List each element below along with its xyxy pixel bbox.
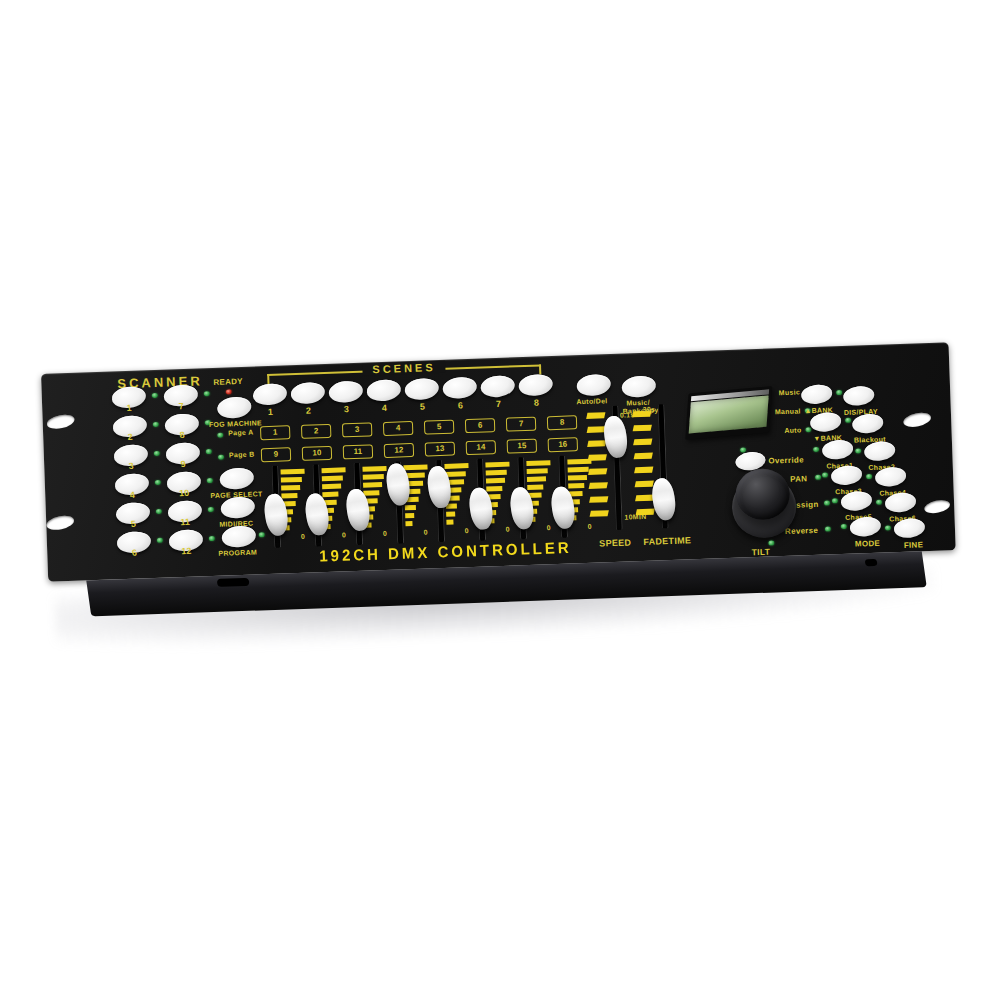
fader-zero: 0 <box>465 527 469 534</box>
channel-box: 5 <box>424 420 454 435</box>
scanner-led <box>154 451 160 456</box>
fine-label: FINE <box>893 540 933 550</box>
scanner-number: 3 <box>114 460 148 471</box>
scanner-led <box>206 449 212 454</box>
blackout-row-led <box>845 418 851 423</box>
fog-machine-button[interactable] <box>216 395 252 420</box>
chassis-slot <box>865 559 878 566</box>
scene-number: 4 <box>367 402 401 413</box>
chase2-led <box>855 448 861 453</box>
channel-box: 6 <box>465 418 495 433</box>
chase4-led <box>866 474 872 479</box>
mount-hole <box>45 514 75 533</box>
scene-number: 3 <box>329 404 363 415</box>
program-led <box>259 532 265 537</box>
mount-hole <box>902 411 932 430</box>
scene-button-2[interactable] <box>290 381 326 406</box>
channel-box: 16 <box>548 437 578 452</box>
scanner-number: 6 <box>117 547 151 558</box>
scene-number: 5 <box>405 401 439 412</box>
reverse-led <box>825 526 831 531</box>
fader-zero: 0 <box>547 524 551 531</box>
dmx-controller: SCANNER 1 2 3 4 5 6 7 8 9 10 11 12 <box>41 342 957 618</box>
channel-box: 13 <box>425 442 455 457</box>
scene-button-6[interactable] <box>442 375 478 400</box>
scanner-led <box>204 391 210 396</box>
channel-box: 12 <box>384 443 414 458</box>
auto-del-button[interactable] <box>576 373 612 398</box>
scene-button-7[interactable] <box>480 374 516 399</box>
midi-rec-button[interactable] <box>220 495 256 520</box>
mount-hole <box>46 412 76 431</box>
lcd-screen <box>689 395 769 433</box>
page-select-button[interactable] <box>219 466 255 491</box>
fader-zero: 0 <box>301 533 305 540</box>
chase6-led <box>876 500 882 505</box>
channel-box: 4 <box>383 421 413 436</box>
lcd-display <box>685 386 772 440</box>
scanner-number: 1 <box>112 402 146 413</box>
music-bankcopy-button[interactable] <box>621 374 657 399</box>
tilt-label: TILT <box>752 547 771 558</box>
mount-hole <box>923 498 951 515</box>
fadetime-scale <box>633 411 655 524</box>
music-mode-label: Music <box>770 388 800 396</box>
channel-box: 1 <box>260 425 290 440</box>
fadetime-label: FADETIME <box>635 535 699 547</box>
channel-box: 9 <box>261 447 291 462</box>
override-label: Override <box>768 455 804 465</box>
auto-mode-led <box>805 427 811 432</box>
scene-button-4[interactable] <box>366 378 402 403</box>
scanner-led <box>155 480 161 485</box>
bank-down-button[interactable] <box>809 411 842 434</box>
channel-box: 3 <box>342 422 372 437</box>
fog-machine-label: FOG MACHINE <box>209 419 262 428</box>
ready-label: READY <box>213 377 243 387</box>
override-led <box>740 447 746 452</box>
scene-button-1[interactable] <box>252 382 288 407</box>
blackout-button[interactable] <box>851 412 884 435</box>
scanner-number: 12 <box>169 545 203 556</box>
auto-del-label: Auto/Del <box>576 397 607 405</box>
mode-led <box>841 524 847 529</box>
scene-button-8[interactable] <box>518 373 554 398</box>
scanner-led <box>152 393 158 398</box>
scenes-section-title: SCENES <box>362 361 446 376</box>
chase5-led <box>832 498 838 503</box>
pan-label: PAN <box>790 474 808 484</box>
scene-number: 8 <box>519 397 553 408</box>
scene-number: 1 <box>253 406 287 417</box>
scene-number: 6 <box>443 400 477 411</box>
chase1-led <box>813 447 819 452</box>
scanner-number: 11 <box>168 516 202 527</box>
program-button[interactable] <box>221 524 257 549</box>
fadetime-top-label: 30s <box>643 406 656 413</box>
page-b-label: Page B <box>229 451 255 459</box>
tilt-led <box>768 540 774 545</box>
front-panel: SCANNER 1 2 3 4 5 6 7 8 9 10 11 12 <box>41 342 956 582</box>
channel-box: 2 <box>301 424 331 439</box>
channel-box: 10 <box>302 446 332 461</box>
chase3-led <box>822 473 828 478</box>
scene-button-5[interactable] <box>404 377 440 402</box>
scanner-led <box>209 536 215 541</box>
scanner-led <box>157 538 163 543</box>
manual-mode-label: Manual <box>765 407 801 415</box>
page-a-led <box>217 433 223 438</box>
program-label: PROGRAM <box>218 548 257 556</box>
fader-zero: 0 <box>342 531 346 538</box>
scene-number: 7 <box>481 398 515 409</box>
scanner-led <box>156 509 162 514</box>
assign-led <box>824 500 830 505</box>
chassis-slot <box>217 578 250 587</box>
page-b-led <box>218 455 224 460</box>
bank-row-led <box>836 390 842 395</box>
channel-box: 11 <box>343 444 373 459</box>
pan-led <box>815 475 821 480</box>
scanner-number: 2 <box>113 431 147 442</box>
scanner-number: 5 <box>116 518 150 529</box>
fine-led <box>885 525 891 530</box>
scene-button-3[interactable] <box>328 379 364 404</box>
scanner-number: 4 <box>115 489 149 500</box>
fader-zero: 0 <box>506 526 510 533</box>
scanner-number: 10 <box>167 487 201 498</box>
display-button[interactable] <box>842 385 875 408</box>
fader-zero: 0 <box>383 530 387 537</box>
chase1-button[interactable] <box>821 438 854 461</box>
scanner-number: 8 <box>165 429 199 440</box>
scene-number: 2 <box>291 405 325 416</box>
chase2-button[interactable] <box>863 440 896 463</box>
channel-box: 14 <box>466 440 496 455</box>
ready-led <box>226 389 232 394</box>
product-title: 192CH DMX CONTROLLER <box>295 537 595 565</box>
scanner-number: 7 <box>164 400 198 411</box>
page-a-label: Page A <box>228 429 254 437</box>
fader-zero: 0 <box>424 529 428 536</box>
scanner-led <box>153 422 159 427</box>
channel-box: 8 <box>547 415 577 430</box>
scanner-led <box>207 478 213 483</box>
scanner-number: 9 <box>166 458 200 469</box>
reverse-label: Reverse <box>785 526 819 536</box>
scanner-led <box>208 507 214 512</box>
auto-mode-label: Auto <box>775 426 801 434</box>
mode-label: MODE <box>847 538 887 548</box>
channel-box: 15 <box>507 439 537 454</box>
channel-box: 7 <box>506 417 536 432</box>
bank-up-button[interactable] <box>800 383 833 406</box>
